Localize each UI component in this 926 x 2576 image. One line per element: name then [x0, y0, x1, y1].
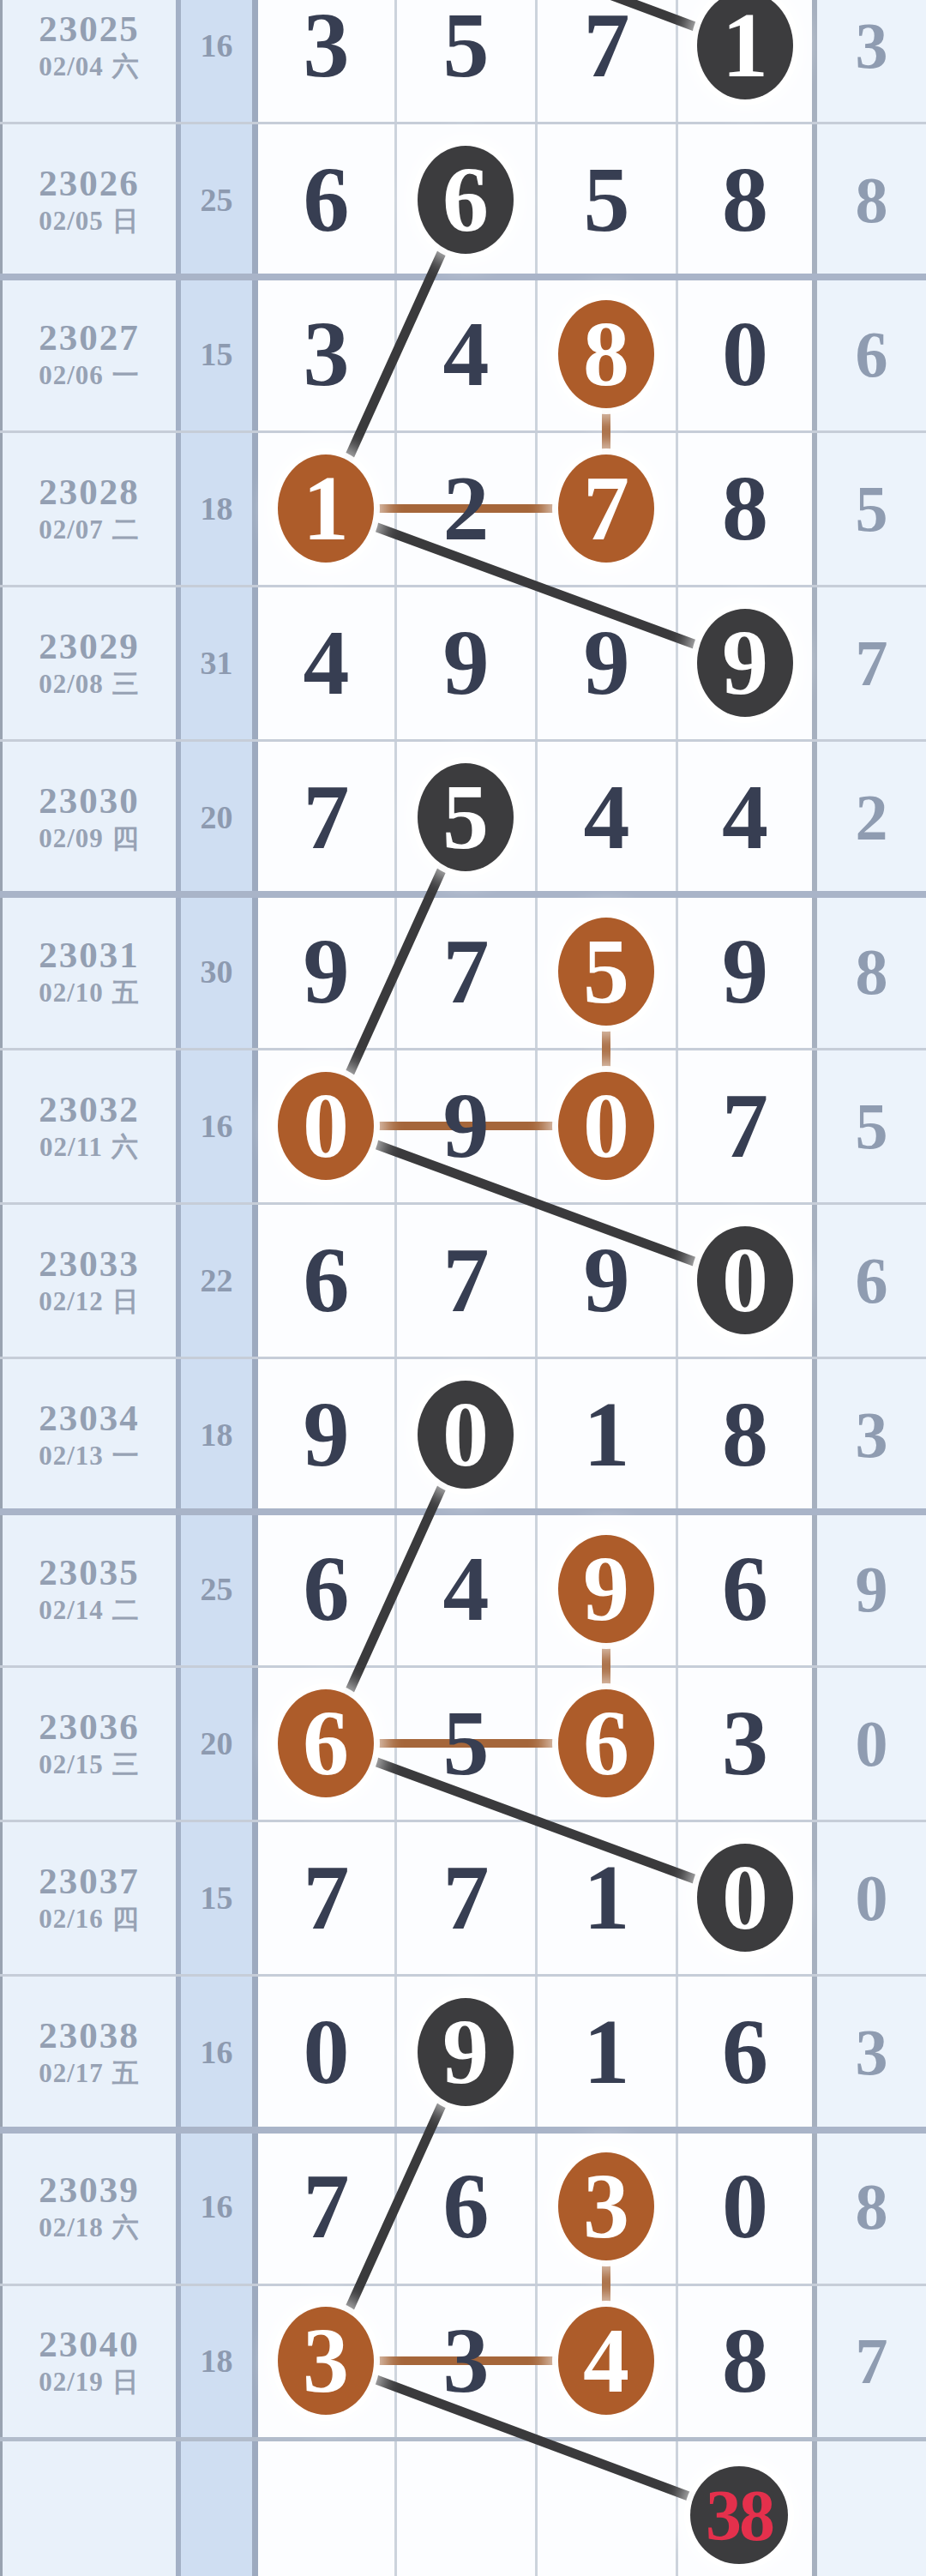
main-digit: 0: [258, 1975, 394, 2129]
main-digit: 4: [397, 1512, 535, 1666]
main-digit: 3: [397, 2284, 535, 2438]
issue-label: 23031: [39, 936, 140, 974]
circled-digit: 9: [722, 610, 768, 716]
issue-label: 23036: [39, 1707, 140, 1746]
fifth-digit: 3: [817, 1975, 926, 2129]
main-digit: 7: [397, 894, 535, 1049]
weekday-label: 一: [112, 1442, 140, 1471]
date-label: 02/08: [39, 671, 104, 699]
date-row: 02/11六: [39, 1134, 139, 1162]
issue-label: 23025: [39, 9, 140, 48]
date-row: 02/10五: [39, 979, 140, 1008]
date-row: 02/18六: [39, 2214, 140, 2242]
date-label: 02/10: [39, 979, 104, 1008]
weekday-label: 日: [112, 208, 140, 236]
issue-label: 23038: [39, 2016, 140, 2055]
issue-date-cell: 2303402/13一: [3, 1357, 176, 1512]
issue-date-cell: 2303902/18六: [3, 2129, 176, 2284]
circled-digit: 9: [442, 1999, 489, 2105]
weekday-label: 日: [112, 2368, 140, 2397]
weekday-label: 六: [111, 1134, 139, 1162]
circled-digit: 6: [442, 147, 489, 253]
main-digit: 9: [397, 586, 535, 740]
digit-circle-dark: 9: [697, 609, 793, 717]
date-label: 02/14: [39, 1597, 104, 1625]
digit-circle-dark: 5: [418, 763, 514, 871]
digit-circle-orange: 5: [558, 918, 654, 1026]
date-row: 02/13一: [39, 1442, 140, 1471]
fifth-digit: 2: [817, 740, 926, 894]
sum-value: 16: [181, 0, 252, 123]
fifth-digit: 0: [817, 1666, 926, 1821]
circled-digit: 8: [583, 301, 629, 407]
main-digit: 5: [397, 1666, 535, 1821]
issue-date-cell: 2303302/12日: [3, 1203, 176, 1357]
stat-value-red: 38: [706, 2474, 773, 2557]
issue-label: 23027: [39, 318, 140, 357]
sum-value: 16: [181, 2129, 252, 2284]
sum-value: 18: [181, 2284, 252, 2438]
main-digit: 6: [258, 1203, 394, 1357]
main-digit: 2: [397, 431, 535, 586]
fifth-digit: 6: [817, 277, 926, 431]
fifth-digit: 8: [817, 894, 926, 1049]
circled-digit: 9: [583, 1536, 629, 1642]
fifth-digit: 9: [817, 1512, 926, 1666]
main-digit: 8: [678, 123, 812, 277]
circled-digit: 5: [442, 764, 489, 870]
main-digit: 4: [678, 740, 812, 894]
digit-circle-orange: 8: [558, 300, 654, 408]
main-digit: 9: [258, 894, 394, 1049]
issue-label: 23033: [39, 1244, 140, 1283]
fifth-digit: 0: [817, 1821, 926, 1975]
main-digit: 7: [397, 1203, 535, 1357]
fifth-digit: 8: [817, 123, 926, 277]
weekday-label: 五: [112, 979, 140, 1008]
issue-label: 23035: [39, 1553, 140, 1592]
date-row: 02/09四: [39, 825, 140, 853]
main-digit: 8: [678, 1357, 812, 1512]
main-digit: 1: [538, 1975, 676, 2129]
main-digit: 6: [678, 1512, 812, 1666]
weekday-label: 六: [112, 53, 140, 81]
issue-label: 23040: [39, 2325, 140, 2363]
sum-value: 25: [181, 123, 252, 277]
circled-digit: 1: [303, 455, 349, 562]
main-digit: 7: [397, 1821, 535, 1975]
circled-digit: 3: [583, 2153, 629, 2260]
fifth-digit: 5: [817, 1049, 926, 1203]
sum-value: 25: [181, 1512, 252, 1666]
circled-digit: 0: [583, 1073, 629, 1179]
weekday-label: 四: [112, 825, 140, 853]
digit-circle-orange: 3: [558, 2152, 654, 2260]
sum-value: 15: [181, 1821, 252, 1975]
circled-digit: 6: [303, 1690, 349, 1797]
digit-circle-orange: 1: [278, 454, 374, 563]
main-digit: 3: [258, 0, 394, 123]
sum-value: 18: [181, 1357, 252, 1512]
digit-circle-dark: 6: [418, 146, 514, 254]
date-row: 02/14二: [39, 1597, 140, 1625]
lottery-trend-chart-board: 2302502/04六1635732302602/05日256588230270…: [0, 0, 926, 2576]
date-label: 02/19: [39, 2368, 104, 2397]
main-digit: 3: [258, 277, 394, 431]
date-label: 02/15: [39, 1751, 104, 1779]
circled-digit: 3: [303, 2308, 349, 2414]
date-row: 02/06一: [39, 362, 140, 390]
sum-value: 20: [181, 740, 252, 894]
weekday-label: 二: [112, 516, 140, 545]
fifth-digit: 7: [817, 586, 926, 740]
circled-digit: 5: [583, 918, 629, 1025]
circled-digit: 0: [442, 1381, 489, 1488]
issue-date-cell: 2302602/05日: [3, 123, 176, 277]
main-digit: 7: [258, 1821, 394, 1975]
main-digit: 4: [258, 586, 394, 740]
main-digit: 4: [538, 740, 676, 894]
weekday-label: 五: [112, 2060, 140, 2088]
date-row: 02/15三: [39, 1751, 140, 1779]
date-label: 02/04: [39, 53, 104, 81]
main-digit: 3: [678, 1666, 812, 1821]
fifth-digit: 5: [817, 431, 926, 586]
issue-date-cell: 2303802/17五: [3, 1975, 176, 2129]
date-label: 02/13: [39, 1442, 104, 1471]
digit-circle-dark: 9: [418, 1998, 514, 2106]
main-digit: 6: [397, 2129, 535, 2284]
date-row: 02/05日: [39, 208, 140, 236]
main-digit: 7: [678, 1049, 812, 1203]
date-row: 02/16四: [39, 1905, 140, 1934]
date-row: 02/08三: [39, 671, 140, 699]
circled-digit: 1: [722, 0, 768, 99]
digit-circle-orange: 0: [278, 1072, 374, 1180]
date-label: 02/11: [39, 1134, 103, 1162]
weekday-label: 四: [112, 1905, 140, 1934]
weekday-label: 三: [112, 671, 140, 699]
main-digit: 0: [678, 2129, 812, 2284]
date-label: 02/06: [39, 362, 104, 390]
digit-circle-orange: 6: [558, 1689, 654, 1797]
fifth-digit: 7: [817, 2284, 926, 2438]
date-label: 02/18: [39, 2214, 104, 2242]
sum-value: 31: [181, 586, 252, 740]
circled-digit: 0: [722, 1227, 768, 1333]
date-row: 02/17五: [39, 2060, 140, 2088]
fifth-digit: 6: [817, 1203, 926, 1357]
main-digit: 6: [258, 123, 394, 277]
main-digit: 9: [538, 1203, 676, 1357]
weekday-label: 日: [112, 1288, 140, 1316]
digit-circle-orange: 9: [558, 1535, 654, 1643]
weekday-label: 二: [112, 1597, 140, 1625]
issue-date-cell: 2303002/09四: [3, 740, 176, 894]
main-digit: 4: [397, 277, 535, 431]
sum-value: 16: [181, 1049, 252, 1203]
main-digit: 8: [678, 431, 812, 586]
date-row: 02/12日: [39, 1288, 140, 1316]
issue-date-cell: 2303702/16四: [3, 1821, 176, 1975]
digit-circle-orange: 0: [558, 1072, 654, 1180]
digit-circle-orange: 4: [558, 2307, 654, 2415]
issue-label: 23032: [39, 1090, 140, 1129]
issue-date-cell: 2303202/11六: [3, 1049, 176, 1203]
digit-circle-orange: 6: [278, 1689, 374, 1797]
issue-label: 23026: [39, 164, 140, 202]
main-digit: 1: [538, 1821, 676, 1975]
circled-digit: 0: [722, 1845, 768, 1951]
sum-value: 20: [181, 1666, 252, 1821]
circled-digit: 7: [583, 455, 629, 562]
date-row: 02/19日: [39, 2368, 140, 2397]
sum-value: 18: [181, 431, 252, 586]
main-digit: 6: [258, 1512, 394, 1666]
weekday-label: 六: [112, 2214, 140, 2242]
issue-label: 23030: [39, 781, 140, 820]
sum-value: 30: [181, 894, 252, 1049]
digit-circle-dark: 0: [418, 1381, 514, 1489]
main-digit: 9: [258, 1357, 394, 1512]
date-label: 02/07: [39, 516, 104, 545]
weekday-label: 一: [112, 362, 140, 390]
digit-circle-orange: 7: [558, 454, 654, 563]
fifth-digit: 3: [817, 1357, 926, 1512]
issue-label: 23029: [39, 627, 140, 665]
date-label: 02/12: [39, 1288, 104, 1316]
issue-date-cell: 2303502/14二: [3, 1512, 176, 1666]
date-label: 02/09: [39, 825, 104, 853]
circled-digit: 4: [583, 2308, 629, 2414]
main-digit: 7: [538, 0, 676, 123]
issue-date-cell: 2303602/15三: [3, 1666, 176, 1821]
sum-value: 22: [181, 1203, 252, 1357]
circled-digit: 6: [583, 1690, 629, 1797]
fifth-digit: 8: [817, 2129, 926, 2284]
date-row: 02/04六: [39, 53, 140, 81]
main-digit: 7: [258, 2129, 394, 2284]
circled-digit: 0: [303, 1073, 349, 1179]
main-digit: 1: [538, 1357, 676, 1512]
issue-date-cell: 2302702/06一: [3, 277, 176, 431]
digit-circle-orange: 3: [278, 2307, 374, 2415]
main-digit: 5: [397, 0, 535, 123]
date-label: 02/17: [39, 2060, 104, 2088]
sum-value: 16: [181, 1975, 252, 2129]
digit-circle-dark: 0: [697, 1226, 793, 1334]
sum-main-separator: [252, 0, 258, 2576]
issue-label: 23037: [39, 1862, 140, 1900]
issue-label: 23039: [39, 2170, 140, 2209]
issue-date-cell: 2304002/19日: [3, 2284, 176, 2438]
stat-circle-38: 38: [690, 2466, 788, 2564]
fifth-digit: 3: [817, 0, 926, 123]
weekday-label: 三: [112, 1751, 140, 1779]
issue-date-cell: 2302802/07二: [3, 431, 176, 586]
date-label: 02/16: [39, 1905, 104, 1934]
main-digit: 0: [678, 277, 812, 431]
main-digit: 9: [678, 894, 812, 1049]
main-digit: 8: [678, 2284, 812, 2438]
main-digit: 9: [397, 1049, 535, 1203]
sum-value: 15: [181, 277, 252, 431]
issue-label: 23028: [39, 472, 140, 511]
issue-date-cell: 2302902/08三: [3, 586, 176, 740]
digit-circle-dark: 0: [697, 1844, 793, 1952]
main-digit: 9: [538, 586, 676, 740]
main-digit: 5: [538, 123, 676, 277]
date-label: 02/05: [39, 208, 104, 236]
main-digit: 7: [258, 740, 394, 894]
issue-date-cell: 2302502/04六: [3, 0, 176, 123]
date-row: 02/07二: [39, 516, 140, 545]
issue-label: 23034: [39, 1399, 140, 1437]
issue-date-cell: 2303102/10五: [3, 894, 176, 1049]
main-digit: 6: [678, 1975, 812, 2129]
